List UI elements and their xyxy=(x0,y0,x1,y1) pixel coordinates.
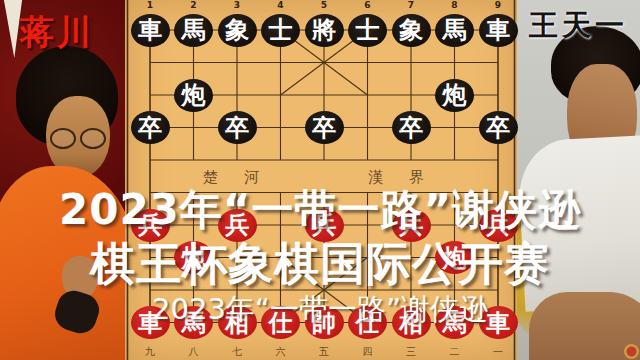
file-label-二: 二 xyxy=(447,345,463,359)
file-label-9: 9 xyxy=(490,0,506,10)
file-label-六: 六 xyxy=(273,345,289,359)
file-label-七: 七 xyxy=(229,345,245,359)
left-player-name: 蒋川 xyxy=(20,10,94,56)
piece-red-p-file9-rank7[interactable]: 兵 xyxy=(479,209,518,242)
piece-red-r-file1-rank10[interactable]: 車 xyxy=(131,306,170,339)
video-thumbnail: 蒋川 123456789 楚河 漢界 車馬象士將士象馬車炮炮卒卒卒卒卒兵兵兵兵兵… xyxy=(0,0,640,360)
piece-black-c-file8-rank3[interactable]: 炮 xyxy=(435,79,474,112)
glasses-icon xyxy=(80,128,106,149)
piece-red-n-file2-rank10[interactable]: 馬 xyxy=(174,306,213,339)
file-label-3: 3 xyxy=(229,0,245,10)
file-label-三: 三 xyxy=(403,345,419,359)
piece-red-a-file6-rank10[interactable]: 仕 xyxy=(348,306,387,339)
piece-red-p-file7-rank7[interactable]: 兵 xyxy=(392,209,431,242)
piece-black-n-file8-rank1[interactable]: 馬 xyxy=(435,14,474,47)
piece-black-p-file9-rank4[interactable]: 卒 xyxy=(479,111,518,144)
left-player-jacket xyxy=(0,166,125,360)
file-label-5: 5 xyxy=(316,0,332,10)
piece-black-n-file2-rank1[interactable]: 馬 xyxy=(174,14,213,47)
piece-black-c-file2-rank3[interactable]: 炮 xyxy=(174,79,213,112)
file-label-一: 一 xyxy=(490,345,506,359)
river-label-chu: 楚河 xyxy=(203,168,285,187)
file-label-1: 1 xyxy=(142,0,158,10)
piece-black-r-file9-rank1[interactable]: 車 xyxy=(479,14,518,47)
piece-black-p-file5-rank4[interactable]: 卒 xyxy=(305,111,344,144)
xiangqi-board[interactable]: 123456789 楚河 漢界 車馬象士將士象馬車炮炮卒卒卒卒卒兵兵兵兵兵炮炮車… xyxy=(125,0,517,360)
right-player-shirt xyxy=(517,134,640,312)
piece-red-c-file8-rank8[interactable]: 炮 xyxy=(435,241,474,274)
file-label-4: 4 xyxy=(273,0,289,10)
piece-red-a-file4-rank10[interactable]: 仕 xyxy=(261,306,300,339)
file-label-八: 八 xyxy=(186,345,202,359)
watermark-logo xyxy=(624,344,639,359)
piece-red-b-file7-rank10[interactable]: 相 xyxy=(392,306,431,339)
piece-red-k-file5-rank10[interactable]: 帥 xyxy=(305,306,344,339)
piece-black-a-file4-rank1[interactable]: 士 xyxy=(261,14,300,47)
piece-black-b-file3-rank1[interactable]: 象 xyxy=(218,14,257,47)
file-label-7: 7 xyxy=(403,0,419,10)
piece-red-r-file9-rank10[interactable]: 車 xyxy=(479,306,518,339)
right-player-name: 王天一 xyxy=(517,6,640,46)
piece-black-p-file7-rank4[interactable]: 卒 xyxy=(392,111,431,144)
piece-red-n-file8-rank10[interactable]: 馬 xyxy=(435,306,474,339)
piece-red-c-file2-rank8[interactable]: 炮 xyxy=(174,241,213,274)
river-label-han: 漢界 xyxy=(368,168,450,187)
piece-black-p-file3-rank4[interactable]: 卒 xyxy=(218,111,257,144)
piece-red-p-file1-rank7[interactable]: 兵 xyxy=(131,209,170,242)
file-label-8: 8 xyxy=(447,0,463,10)
piece-black-k-file5-rank1[interactable]: 將 xyxy=(305,14,344,47)
piece-black-a-file6-rank1[interactable]: 士 xyxy=(348,14,387,47)
right-player-photo: 王天一 xyxy=(517,0,640,360)
file-label-九: 九 xyxy=(142,345,158,359)
file-label-四: 四 xyxy=(360,345,376,359)
file-label-2: 2 xyxy=(186,0,202,10)
file-label-五: 五 xyxy=(316,345,332,359)
piece-red-b-file3-rank10[interactable]: 相 xyxy=(218,306,257,339)
file-label-6: 6 xyxy=(360,0,376,10)
piece-black-r-file1-rank1[interactable]: 車 xyxy=(131,14,170,47)
piece-red-p-file5-rank7[interactable]: 兵 xyxy=(305,209,344,242)
piece-red-p-file3-rank7[interactable]: 兵 xyxy=(218,209,257,242)
piece-black-p-file1-rank4[interactable]: 卒 xyxy=(131,111,170,144)
glasses-icon xyxy=(50,128,76,149)
piece-black-b-file7-rank1[interactable]: 象 xyxy=(392,14,431,47)
